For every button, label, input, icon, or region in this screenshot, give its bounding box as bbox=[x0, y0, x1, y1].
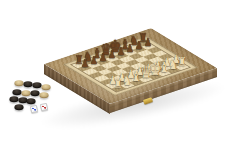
checker-disc-black bbox=[27, 98, 36, 104]
checker-disc-black bbox=[13, 89, 22, 95]
checker-disc-black bbox=[33, 82, 42, 88]
chess-set-photo: ♜♞♝♛♚♝♞♜♟♟♟♟♟♟♟♟♟♟♟♟♟♟♟♟♜♞♝♛♚♝♞♜ bbox=[0, 0, 240, 150]
die-icon bbox=[40, 103, 48, 111]
checker-disc-black bbox=[15, 104, 24, 110]
checker-disc-black bbox=[24, 81, 33, 87]
checker-disc-cream bbox=[42, 84, 51, 90]
checker-disc-cream bbox=[22, 90, 31, 96]
checker-disc-cream bbox=[40, 92, 49, 98]
checker-disc-black bbox=[31, 90, 40, 96]
checker-disc-black bbox=[10, 96, 19, 102]
checker-disc-cream bbox=[15, 80, 24, 86]
die-icon bbox=[30, 105, 38, 113]
